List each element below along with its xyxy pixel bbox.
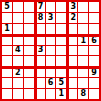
sudoku-cell-r9c9[interactable] <box>89 89 99 99</box>
sudoku-cell-r7c1[interactable] <box>2 67 12 77</box>
sudoku-cell-r9c4[interactable] <box>35 89 45 99</box>
sudoku-cell-r2c2[interactable] <box>13 13 23 23</box>
sudoku-cell-r7c4[interactable] <box>35 67 45 77</box>
sudoku-cell-r7c2: 2 <box>13 67 23 77</box>
sudoku-cell-r9c5[interactable] <box>46 89 56 99</box>
sudoku-cell-r9c3[interactable] <box>24 89 34 99</box>
sudoku-cell-r1c7: 3 <box>67 2 77 12</box>
sudoku-cell-r1c1: 5 <box>2 2 12 12</box>
sudoku-cell-r5c5[interactable] <box>46 46 56 56</box>
sudoku-cell-r4c7[interactable] <box>67 35 77 45</box>
sudoku-cell-r5c9[interactable] <box>89 46 99 56</box>
sudoku-cell-r5c8[interactable] <box>78 46 88 56</box>
sudoku-cell-r5c4: 3 <box>35 46 45 56</box>
sudoku-cell-r4c5[interactable] <box>46 35 56 45</box>
sudoku-board: 57383211643296518 <box>0 0 101 101</box>
sudoku-cell-r6c4[interactable] <box>35 56 45 66</box>
sudoku-cell-r7c6[interactable] <box>56 67 66 77</box>
sudoku-cell-r8c8[interactable] <box>78 78 88 88</box>
sudoku-cell-r3c1: 1 <box>2 24 12 34</box>
sudoku-cell-r6c9[interactable] <box>89 56 99 66</box>
sudoku-cell-r9c1[interactable] <box>2 89 12 99</box>
sudoku-cell-r1c9[interactable] <box>89 2 99 12</box>
sudoku-cell-r5c6[interactable] <box>56 46 66 56</box>
sudoku-cell-r2c3[interactable] <box>24 13 34 23</box>
sudoku-cell-r8c1[interactable] <box>2 78 12 88</box>
sudoku-cell-r6c3[interactable] <box>24 56 34 66</box>
sudoku-cell-r3c3[interactable] <box>24 24 34 34</box>
sudoku-cell-r6c7[interactable] <box>67 56 77 66</box>
sudoku-cell-r1c3[interactable] <box>24 2 34 12</box>
sudoku-cell-r2c8[interactable] <box>78 13 88 23</box>
sudoku-cell-r3c6[interactable] <box>56 24 66 34</box>
sudoku-cell-r3c2[interactable] <box>13 24 23 34</box>
sudoku-cell-r7c7[interactable] <box>67 67 77 77</box>
sudoku-cell-r9c7[interactable] <box>67 89 77 99</box>
sudoku-cell-r4c1[interactable] <box>2 35 12 45</box>
sudoku-cell-r9c2[interactable] <box>13 89 23 99</box>
sudoku-cell-r7c8[interactable] <box>78 67 88 77</box>
sudoku-cell-r8c5: 6 <box>46 78 56 88</box>
sudoku-cell-r3c9[interactable] <box>89 24 99 34</box>
sudoku-cell-r5c3[interactable] <box>24 46 34 56</box>
sudoku-cell-r4c6[interactable] <box>56 35 66 45</box>
sudoku-cell-r1c6[interactable] <box>56 2 66 12</box>
sudoku-cell-r6c8[interactable] <box>78 56 88 66</box>
sudoku-cell-r2c7: 2 <box>67 13 77 23</box>
sudoku-cell-r3c5[interactable] <box>46 24 56 34</box>
sudoku-cell-r8c9[interactable] <box>89 78 99 88</box>
sudoku-cell-r8c7[interactable] <box>67 78 77 88</box>
sudoku-cell-r1c5[interactable] <box>46 2 56 12</box>
sudoku-cell-r5c1[interactable] <box>2 46 12 56</box>
sudoku-cell-r2c1[interactable] <box>2 13 12 23</box>
sudoku-cell-r2c9[interactable] <box>89 13 99 23</box>
sudoku-cell-r2c5: 3 <box>46 13 56 23</box>
sudoku-cell-r4c9: 6 <box>89 35 99 45</box>
sudoku-cell-r8c3[interactable] <box>24 78 34 88</box>
sudoku-cell-r5c2: 4 <box>13 46 23 56</box>
sudoku-cell-r4c2[interactable] <box>13 35 23 45</box>
sudoku-cell-r9c8: 8 <box>78 89 88 99</box>
sudoku-cell-r4c3[interactable] <box>24 35 34 45</box>
sudoku-cell-r7c5[interactable] <box>46 67 56 77</box>
sudoku-cell-r2c4: 8 <box>35 13 45 23</box>
sudoku-cell-r6c6[interactable] <box>56 56 66 66</box>
sudoku-cell-r7c3[interactable] <box>24 67 34 77</box>
sudoku-cell-r4c8: 1 <box>78 35 88 45</box>
sudoku-cell-r8c6: 5 <box>56 78 66 88</box>
sudoku-cell-r6c2[interactable] <box>13 56 23 66</box>
sudoku-cell-r7c9: 9 <box>89 67 99 77</box>
sudoku-cell-r6c5[interactable] <box>46 56 56 66</box>
sudoku-cell-r3c7[interactable] <box>67 24 77 34</box>
sudoku-cell-r1c4: 7 <box>35 2 45 12</box>
sudoku-cell-r4c4[interactable] <box>35 35 45 45</box>
sudoku-cell-r5c7[interactable] <box>67 46 77 56</box>
sudoku-cell-r8c2[interactable] <box>13 78 23 88</box>
sudoku-cell-r3c4[interactable] <box>35 24 45 34</box>
sudoku-cell-r1c8[interactable] <box>78 2 88 12</box>
sudoku-cell-r3c8[interactable] <box>78 24 88 34</box>
sudoku-cell-r2c6[interactable] <box>56 13 66 23</box>
sudoku-cell-r8c4[interactable] <box>35 78 45 88</box>
sudoku-cell-r9c6: 1 <box>56 89 66 99</box>
sudoku-cell-r6c1[interactable] <box>2 56 12 66</box>
sudoku-cell-r1c2[interactable] <box>13 2 23 12</box>
